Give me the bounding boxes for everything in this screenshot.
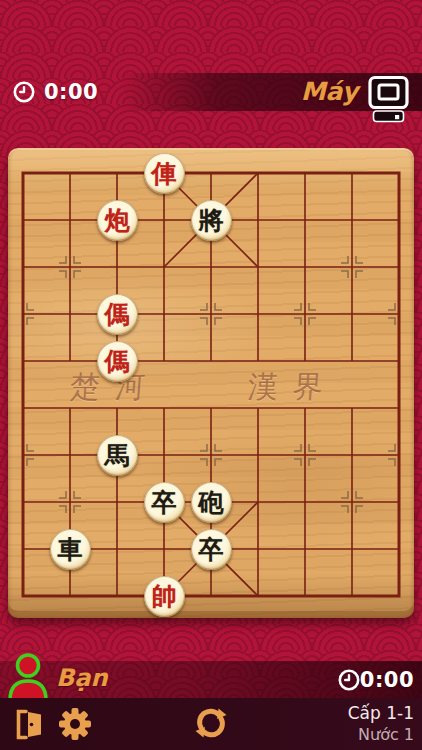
level-label: Cấp 1-1 (348, 703, 414, 723)
piece-red-chariot[interactable]: 俥 (144, 153, 185, 194)
piece-red-general[interactable]: 帥 (144, 576, 185, 617)
piece-red-cannon[interactable]: 炮 (97, 200, 138, 241)
piece-black-chariot[interactable]: 車 (50, 529, 91, 570)
move-counter-label: Nước 1 (358, 725, 414, 744)
opponent-bar: 0:00 Máy (0, 73, 422, 111)
door-exit-icon (14, 708, 44, 741)
piece-black-cannon[interactable]: 砲 (191, 482, 232, 523)
screen: 0:00 Máy 楚河 漢界 俥炮將傌傌馬卒砲車卒帥 Bạn 0:00 (0, 0, 422, 750)
clock-icon (12, 80, 36, 104)
settings-button[interactable] (58, 707, 92, 741)
player-bar: Bạn 0:00 (0, 661, 422, 698)
opponent-timer: 0:00 (44, 80, 98, 104)
gear-icon (58, 707, 92, 741)
player-avatar-icon (6, 651, 50, 703)
player-timer: 0:00 (360, 668, 414, 692)
xiangqi-board[interactable]: 楚河 漢界 俥炮將傌傌馬卒砲車卒帥 (8, 148, 414, 618)
toolbar: Cấp 1-1 Nước 1 (0, 698, 422, 750)
restart-button[interactable] (192, 704, 230, 742)
player-name-label: Bạn (56, 664, 108, 692)
piece-black-general[interactable]: 將 (191, 200, 232, 241)
exit-button[interactable] (14, 708, 44, 741)
piece-red-horse[interactable]: 傌 (97, 294, 138, 335)
piece-black-horse[interactable]: 馬 (97, 435, 138, 476)
piece-red-horse[interactable]: 傌 (97, 341, 138, 382)
piece-black-soldier[interactable]: 卒 (191, 529, 232, 570)
clock-icon (337, 668, 361, 692)
refresh-icon (192, 704, 230, 742)
piece-black-soldier[interactable]: 卒 (144, 482, 185, 523)
computer-icon (366, 75, 412, 123)
opponent-name-label: Máy (301, 77, 358, 106)
piece-grid: 俥炮將傌傌馬卒砲車卒帥 (0, 150, 422, 620)
